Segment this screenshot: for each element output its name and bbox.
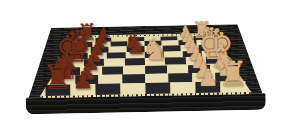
square-g5[interactable] (122, 74, 145, 84)
piece-wP-h2[interactable]: ♟ (197, 67, 219, 91)
square-g4[interactable] (145, 73, 168, 83)
square-h4[interactable] (145, 83, 170, 94)
board-perspective-wrapper: ♜♟♟♜♟♟♝♟♟♝♛♟♞♟♛♚♟♞♟♚♝♟♟♝♞♟♟♞♜♟♟♜ (0, 0, 290, 129)
square-h3[interactable] (170, 82, 195, 93)
chess-board (0, 0, 289, 3)
square-g6[interactable] (99, 74, 122, 84)
pieces-layer: ♜♟♟♜♟♟♝♟♟♝♛♟♞♟♛♚♟♞♟♚♝♟♟♝♞♟♟♞♜♟♟♜ (0, 0, 289, 3)
square-h6[interactable] (95, 84, 120, 95)
square-h5[interactable] (120, 83, 145, 94)
square-g3[interactable] (168, 73, 191, 83)
chess-set-photo: ♜♟♟♜♟♟♝♟♟♝♛♟♞♟♛♚♟♞♟♚♝♟♟♝♞♟♟♞♜♟♟♜ (0, 0, 290, 129)
piece-wN-e4[interactable]: ♞ (141, 36, 168, 66)
piece-bP-h7[interactable]: ♟ (72, 69, 94, 93)
piece-bR-h8[interactable]: ♜ (42, 61, 73, 95)
piece-wR-h1[interactable]: ♜ (217, 57, 248, 91)
